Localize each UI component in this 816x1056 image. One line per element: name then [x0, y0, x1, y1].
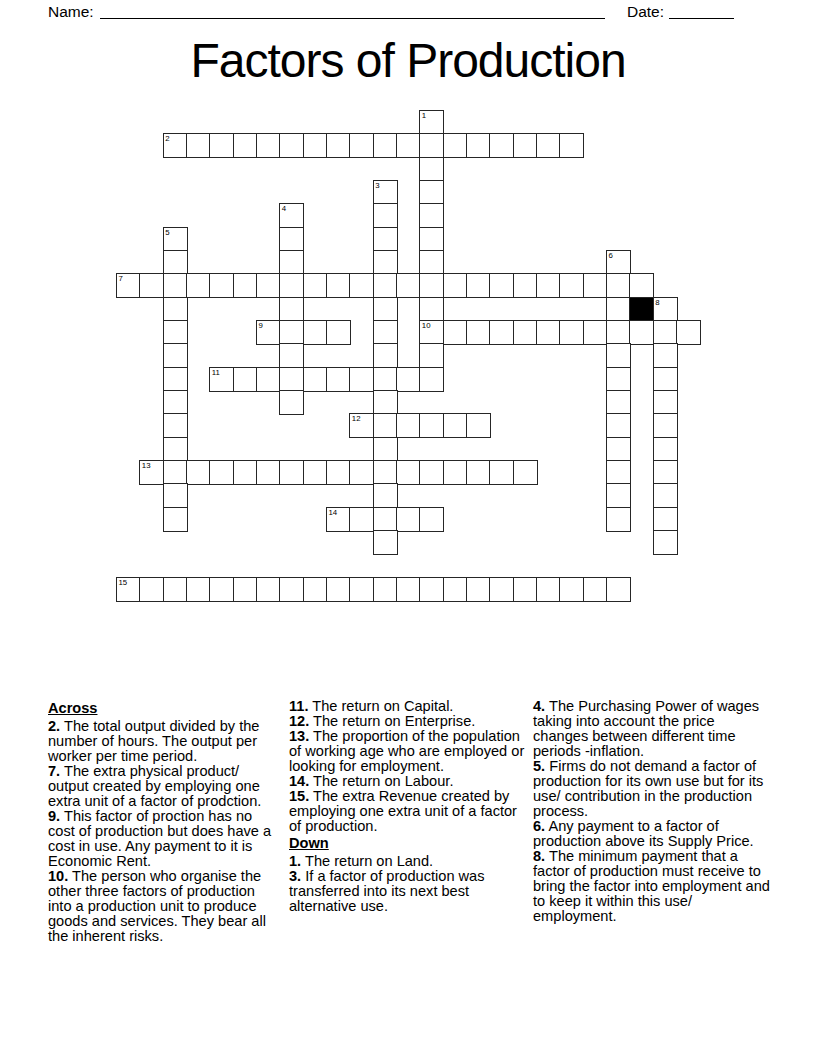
crossword-cell[interactable]	[396, 273, 421, 298]
crossword-cell[interactable]	[373, 227, 398, 252]
cell-number: 3	[375, 181, 379, 190]
crossword-cell[interactable]	[233, 460, 258, 485]
crossword-cell[interactable]	[419, 203, 444, 228]
crossword-cell[interactable]	[466, 577, 491, 602]
crossword-cell[interactable]	[653, 483, 678, 508]
puzzle-title: Factors of Production	[0, 33, 816, 88]
crossword-cell[interactable]	[163, 507, 188, 532]
clue-heading: Down	[289, 836, 527, 851]
crossword-cell[interactable]	[419, 297, 444, 322]
crossword-cell[interactable]: 13	[139, 460, 164, 485]
crossword-cell[interactable]	[419, 227, 444, 252]
crossword-cell[interactable]	[489, 460, 514, 485]
worksheet-page: Name: Date: Factors of Production 123456…	[0, 0, 816, 1056]
crossword-cell[interactable]	[233, 577, 258, 602]
crossword-cell[interactable]	[653, 343, 678, 368]
cell-number: 5	[165, 228, 169, 237]
crossword-cell[interactable]	[373, 577, 398, 602]
clue-number: 10.	[48, 868, 68, 884]
crossword-cell[interactable]	[419, 367, 444, 392]
crossword-cell[interactable]	[373, 390, 398, 415]
cell-number: 13	[142, 461, 151, 470]
crossword-cell[interactable]	[489, 577, 514, 602]
cell-number: 12	[352, 414, 361, 423]
clue-number: 3.	[289, 868, 301, 884]
crossword-cell[interactable]	[606, 437, 631, 462]
crossword-cell[interactable]: 12	[349, 413, 374, 438]
crossword-cell[interactable]: 8	[653, 297, 678, 322]
clue-number: 1.	[289, 853, 301, 869]
crossword-cell[interactable]	[536, 273, 561, 298]
crossword-cell[interactable]	[326, 460, 351, 485]
crossword-cell[interactable]	[676, 320, 701, 345]
crossword-cell[interactable]: 10	[419, 320, 444, 345]
clue-number: 5.	[533, 758, 545, 774]
crossword-cell[interactable]	[186, 460, 211, 485]
crossword-cell[interactable]	[256, 460, 281, 485]
cell-number: 1	[422, 111, 426, 120]
cell-number: 14	[328, 508, 337, 517]
clue-item: 12. The return on Enterprise.	[289, 714, 527, 729]
crossword-cell[interactable]	[373, 320, 398, 345]
crossword-cell[interactable]	[256, 273, 281, 298]
crossword-cell[interactable]	[419, 157, 444, 182]
crossword-cell[interactable]	[419, 343, 444, 368]
crossword-cell[interactable]	[163, 390, 188, 415]
crossword-cell[interactable]	[513, 460, 538, 485]
clue-heading: Across	[48, 701, 282, 716]
crossword-cell[interactable]	[163, 437, 188, 462]
clue-number: 14.	[289, 773, 309, 789]
cell-number: 9	[258, 321, 262, 330]
crossword-cell[interactable]	[326, 367, 351, 392]
cell-number: 8	[655, 298, 659, 307]
crossword-cell[interactable]	[279, 320, 304, 345]
crossword-cell[interactable]	[303, 273, 328, 298]
crossword-cell[interactable]	[419, 133, 444, 158]
crossword-cell[interactable]	[233, 133, 258, 158]
cell-number: 7	[119, 274, 123, 283]
clue-item: 2. The total output divided by the numbe…	[48, 719, 282, 764]
clue-item: 1. The return on Land.	[289, 854, 527, 869]
crossword-cell[interactable]	[186, 577, 211, 602]
crossword-cell[interactable]	[279, 577, 304, 602]
date-field[interactable]	[669, 0, 734, 19]
clue-column: 11. The return on Capital.12. The return…	[289, 699, 527, 914]
crossword-cell[interactable]	[163, 273, 188, 298]
crossword-cell[interactable]	[373, 343, 398, 368]
clue-number: 11.	[289, 698, 308, 714]
crossword-cell[interactable]	[209, 273, 234, 298]
crossword-cell[interactable]	[279, 367, 304, 392]
crossword-cell[interactable]	[559, 320, 584, 345]
crossword-cell[interactable]: 14	[326, 507, 351, 532]
cell-number: 2	[165, 134, 169, 143]
crossword-cell[interactable]	[466, 133, 491, 158]
crossword-cell[interactable]	[163, 343, 188, 368]
crossword-cell[interactable]	[349, 273, 374, 298]
crossword-cell[interactable]	[373, 483, 398, 508]
crossword-cell[interactable]	[279, 297, 304, 322]
crossword-cell[interactable]	[606, 577, 631, 602]
clue-number: 9.	[48, 808, 60, 824]
crossword-cell[interactable]	[513, 577, 538, 602]
crossword-cell[interactable]	[513, 320, 538, 345]
cell-number: 10	[422, 321, 431, 330]
crossword-cell[interactable]	[606, 320, 631, 345]
clue-item: 13. The proportion of the population of …	[289, 729, 527, 774]
crossword-cell[interactable]	[489, 320, 514, 345]
crossword-cell[interactable]	[279, 273, 304, 298]
crossword-cell[interactable]	[186, 273, 211, 298]
crossword-cell[interactable]	[653, 320, 678, 345]
clue-item: 6. Any payment to a factor of production…	[533, 819, 771, 849]
clue-number: 15.	[289, 788, 309, 804]
crossword-cell[interactable]: 3	[373, 180, 398, 205]
cell-number: 11	[212, 368, 220, 377]
crossword-cell[interactable]	[279, 133, 304, 158]
crossword-cell[interactable]	[653, 413, 678, 438]
crossword-cell[interactable]	[233, 273, 258, 298]
crossword-cell[interactable]: 6	[606, 250, 631, 275]
clue-item: 10. The person who organise the other th…	[48, 869, 282, 944]
crossword-cell[interactable]	[606, 413, 631, 438]
crossword-cell[interactable]	[396, 460, 421, 485]
crossword-cell[interactable]	[279, 460, 304, 485]
cell-number: 4	[282, 204, 286, 213]
clue-number: 2.	[48, 718, 60, 734]
crossword-cell[interactable]	[653, 367, 678, 392]
cell-number: 15	[119, 578, 128, 587]
crossword-cell[interactable]	[466, 460, 491, 485]
clue-number: 7.	[48, 763, 60, 779]
crossword-grid: 123456789101112131415	[116, 110, 702, 602]
crossword-cell[interactable]	[303, 577, 328, 602]
crossword-cell[interactable]	[396, 133, 421, 158]
crossword-cell[interactable]	[653, 507, 678, 532]
cell-number: 6	[608, 251, 612, 260]
crossword-cell[interactable]	[629, 320, 654, 345]
crossword-cell[interactable]	[163, 577, 188, 602]
crossword-cell[interactable]	[349, 577, 374, 602]
clue-number: 6.	[533, 818, 545, 834]
crossword-cell[interactable]	[466, 273, 491, 298]
crossword-cell[interactable]	[583, 577, 608, 602]
crossword-cell[interactable]	[303, 133, 328, 158]
crossword-cell[interactable]	[256, 133, 281, 158]
crossword-cell[interactable]	[606, 460, 631, 485]
date-label: Date:	[627, 3, 664, 21]
clue-column: 4. The Purchasing Power of wages taking …	[533, 699, 771, 924]
crossword-cell[interactable]	[653, 460, 678, 485]
crossword-cell[interactable]	[559, 273, 584, 298]
crossword-cell[interactable]	[396, 367, 421, 392]
clue-item: 8. The minimum payment that a factor of …	[533, 849, 771, 924]
crossword-cell[interactable]	[489, 133, 514, 158]
crossword-cell[interactable]	[419, 507, 444, 532]
name-field[interactable]	[100, 0, 605, 19]
clue-item: 11. The return on Capital.	[289, 699, 527, 714]
crossword-cell[interactable]	[653, 437, 678, 462]
crossword-cell[interactable]	[326, 133, 351, 158]
crossword-cell[interactable]	[373, 530, 398, 555]
clue-number: 8.	[533, 848, 545, 864]
crossword-cell[interactable]	[419, 460, 444, 485]
crossword-cell[interactable]	[606, 390, 631, 415]
crossword-cell[interactable]	[326, 273, 351, 298]
crossword-cell[interactable]	[163, 460, 188, 485]
crossword-cell[interactable]	[396, 413, 421, 438]
crossword-cell[interactable]	[279, 250, 304, 275]
crossword-cell[interactable]	[326, 577, 351, 602]
black-cell	[629, 297, 654, 322]
crossword-cell[interactable]	[373, 203, 398, 228]
crossword-cell[interactable]	[256, 577, 281, 602]
crossword-cell[interactable]	[373, 460, 398, 485]
crossword-cell[interactable]	[559, 133, 584, 158]
crossword-cell[interactable]	[606, 273, 631, 298]
crossword-cell[interactable]	[163, 320, 188, 345]
crossword-cell[interactable]	[139, 273, 164, 298]
crossword-cell[interactable]	[303, 320, 328, 345]
clue-item: 5. Firms do not demand a factor of produ…	[533, 759, 771, 819]
crossword-cell[interactable]	[443, 273, 468, 298]
crossword-cell[interactable]	[349, 460, 374, 485]
crossword-cell[interactable]: 1	[419, 110, 444, 135]
clue-number: 13.	[289, 728, 309, 744]
crossword-cell[interactable]	[373, 413, 398, 438]
crossword-cell[interactable]	[419, 577, 444, 602]
crossword-cell[interactable]	[163, 297, 188, 322]
clue-number: 4.	[533, 698, 545, 714]
crossword-cell[interactable]	[606, 343, 631, 368]
crossword-cell[interactable]	[653, 390, 678, 415]
crossword-cell[interactable]	[373, 507, 398, 532]
crossword-cell[interactable]	[629, 273, 654, 298]
crossword-cell[interactable]: 9	[256, 320, 281, 345]
crossword-cell[interactable]	[209, 133, 234, 158]
crossword-cell[interactable]: 4	[279, 203, 304, 228]
crossword-cell[interactable]	[349, 133, 374, 158]
crossword-cell[interactable]	[583, 273, 608, 298]
crossword-cell[interactable]	[466, 413, 491, 438]
crossword-cell[interactable]	[606, 367, 631, 392]
crossword-cell[interactable]	[513, 133, 538, 158]
crossword-cell[interactable]	[653, 530, 678, 555]
clue-number: 12.	[289, 713, 309, 729]
crossword-cell[interactable]	[163, 367, 188, 392]
crossword-cell[interactable]: 11	[209, 367, 234, 392]
clue-item: 3. If a factor of production was transfe…	[289, 869, 527, 914]
crossword-cell[interactable]	[443, 320, 468, 345]
crossword-cell[interactable]	[606, 297, 631, 322]
clue-item: 4. The Purchasing Power of wages taking …	[533, 699, 771, 759]
crossword-cell[interactable]	[396, 507, 421, 532]
clue-item: 9. This factor of proction has no cost o…	[48, 809, 282, 869]
crossword-cell[interactable]: 15	[116, 577, 141, 602]
crossword-cell[interactable]	[163, 250, 188, 275]
clue-column: Across2. The total output divided by the…	[48, 699, 282, 944]
crossword-cell[interactable]	[279, 343, 304, 368]
crossword-cell[interactable]	[349, 367, 374, 392]
crossword-cell[interactable]	[606, 507, 631, 532]
crossword-cell[interactable]	[466, 320, 491, 345]
crossword-cell[interactable]	[279, 227, 304, 252]
crossword-cell[interactable]	[443, 133, 468, 158]
name-label: Name:	[48, 3, 94, 21]
crossword-cell[interactable]	[443, 413, 468, 438]
crossword-cell[interactable]	[373, 367, 398, 392]
crossword-cell[interactable]: 2	[163, 133, 188, 158]
crossword-cell[interactable]	[233, 367, 258, 392]
crossword-cell[interactable]	[419, 273, 444, 298]
crossword-cell[interactable]	[373, 133, 398, 158]
clue-item: 7. The extra physical product/ output cr…	[48, 764, 282, 809]
crossword-cell[interactable]	[373, 437, 398, 462]
crossword-cell[interactable]	[513, 273, 538, 298]
crossword-cell[interactable]	[303, 460, 328, 485]
clue-item: 14. The return on Labour.	[289, 774, 527, 789]
crossword-cell[interactable]	[419, 180, 444, 205]
crossword-cell[interactable]	[209, 460, 234, 485]
crossword-cell[interactable]	[536, 320, 561, 345]
crossword-cell[interactable]	[489, 273, 514, 298]
crossword-cell[interactable]	[163, 413, 188, 438]
crossword-cell[interactable]	[373, 297, 398, 322]
crossword-cell[interactable]	[256, 367, 281, 392]
crossword-cell[interactable]: 5	[163, 227, 188, 252]
crossword-cell[interactable]	[373, 250, 398, 275]
crossword-cell[interactable]	[163, 483, 188, 508]
crossword-cell[interactable]	[419, 413, 444, 438]
crossword-cell[interactable]	[396, 577, 421, 602]
crossword-cell[interactable]	[443, 577, 468, 602]
crossword-cell[interactable]: 7	[116, 273, 141, 298]
crossword-cell[interactable]	[583, 320, 608, 345]
crossword-cell[interactable]	[536, 133, 561, 158]
crossword-cell[interactable]	[303, 367, 328, 392]
crossword-cell[interactable]	[559, 577, 584, 602]
crossword-cell[interactable]	[419, 250, 444, 275]
crossword-cell[interactable]	[326, 320, 351, 345]
crossword-cell[interactable]	[209, 577, 234, 602]
crossword-cell[interactable]	[139, 577, 164, 602]
crossword-cell[interactable]	[443, 460, 468, 485]
crossword-cell[interactable]	[606, 483, 631, 508]
crossword-cell[interactable]	[536, 577, 561, 602]
crossword-cell[interactable]	[279, 390, 304, 415]
clue-item: 15. The extra Revenue created by employi…	[289, 789, 527, 834]
crossword-cell[interactable]	[349, 507, 374, 532]
crossword-cell[interactable]	[373, 273, 398, 298]
crossword-cell[interactable]	[186, 133, 211, 158]
